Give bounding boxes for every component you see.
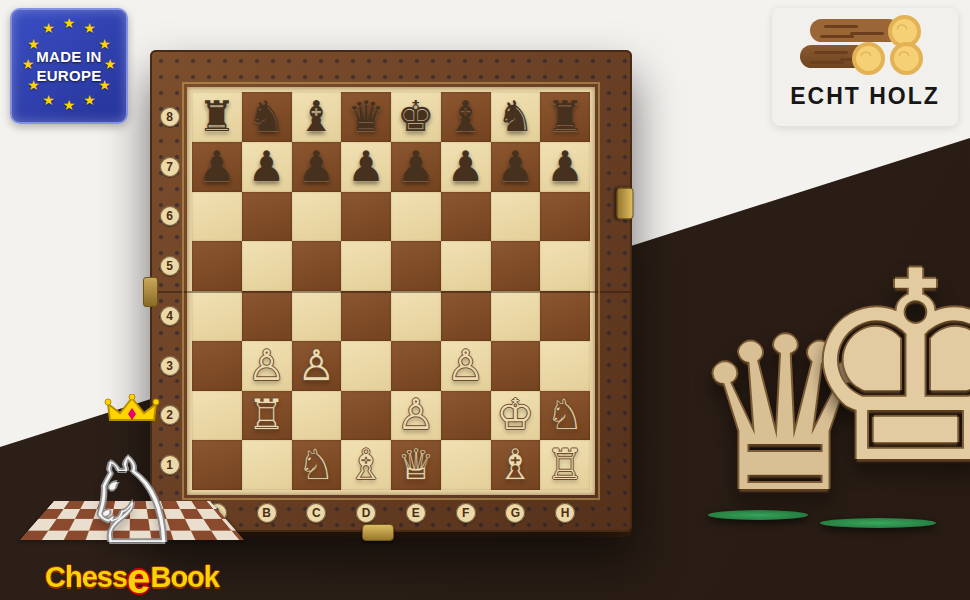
product-photo-canvas: ♜♞♝♛♚♝♞♜♟♟♟♟♟♟♟♟♙♙♙♖♙♔♘♘♗♕♗♖ 87654321 AB… [0, 0, 970, 600]
square-d6[interactable] [341, 192, 391, 242]
square-h1[interactable]: ♖ [540, 440, 590, 490]
made-in-europe-badge: MADE IN EUROPE ★★★★★★★★★★★★ [10, 8, 128, 124]
square-e2[interactable]: ♙ [391, 391, 441, 441]
log-shape [810, 19, 900, 42]
eu-star-icon: ★ [63, 16, 76, 30]
square-h7[interactable]: ♟ [540, 142, 590, 192]
file-label-g-disc: G [505, 503, 525, 523]
square-a8[interactable]: ♜ [192, 92, 242, 142]
eu-star-icon: ★ [27, 37, 40, 51]
rank-label-4: 4 [158, 291, 181, 341]
rank-label-4-disc: 4 [160, 306, 180, 326]
eu-star-icon: ★ [63, 98, 76, 112]
eu-star-icon: ★ [42, 21, 55, 35]
square-b4[interactable] [242, 291, 292, 341]
square-d4[interactable] [341, 291, 391, 341]
square-c6[interactable] [292, 192, 342, 242]
file-label-h: H [540, 501, 590, 524]
square-a6[interactable] [192, 192, 242, 242]
rank-label-3: 3 [158, 341, 181, 391]
square-f2[interactable] [441, 391, 491, 441]
square-d1[interactable]: ♗ [341, 440, 391, 490]
white-rook[interactable]: ♖ [248, 394, 286, 436]
black-pawn[interactable]: ♟ [198, 146, 236, 188]
square-g6[interactable] [491, 192, 541, 242]
rank-label-5-disc: 5 [160, 256, 180, 276]
file-label-f-disc: F [456, 503, 476, 523]
black-rook[interactable]: ♜ [546, 96, 584, 138]
board-fold-seam [152, 291, 630, 293]
eu-star-icon: ★ [22, 57, 35, 71]
square-a4[interactable] [192, 291, 242, 341]
square-f3[interactable]: ♙ [441, 341, 491, 391]
square-b5[interactable] [242, 241, 292, 291]
square-e1[interactable]: ♕ [391, 440, 441, 490]
square-f8[interactable]: ♝ [441, 92, 491, 142]
eu-star-icon: ★ [27, 78, 40, 92]
file-label-e: E [391, 501, 441, 524]
rank-label-7: 7 [158, 142, 181, 192]
chessebook-wordmark: ChesseBook [12, 558, 252, 600]
square-h2[interactable]: ♘ [540, 391, 590, 441]
white-queen[interactable]: ♕ [397, 444, 435, 486]
square-e4[interactable] [391, 291, 441, 341]
black-pawn[interactable]: ♟ [546, 146, 584, 188]
file-label-h-disc: H [555, 503, 575, 523]
wood-logs-icon [800, 16, 930, 76]
brand-part: Book [150, 561, 219, 593]
square-h8[interactable]: ♜ [540, 92, 590, 142]
square-e7[interactable]: ♟ [391, 142, 441, 192]
square-f6[interactable] [441, 192, 491, 242]
white-pawn[interactable]: ♙ [397, 394, 435, 436]
europe-line: EUROPE [36, 66, 101, 86]
square-f7[interactable]: ♟ [441, 142, 491, 192]
square-g3[interactable] [491, 341, 541, 391]
square-e3[interactable] [391, 341, 441, 391]
crown-icon [104, 394, 160, 424]
square-c4[interactable] [292, 291, 342, 341]
square-d8[interactable]: ♛ [341, 92, 391, 142]
square-a5[interactable] [192, 241, 242, 291]
square-c5[interactable] [292, 241, 342, 291]
square-h5[interactable] [540, 241, 590, 291]
file-label-b-disc: B [257, 503, 277, 523]
black-pawn[interactable]: ♟ [447, 146, 485, 188]
square-f5[interactable] [441, 241, 491, 291]
white-bishop[interactable]: ♗ [347, 444, 385, 486]
white-bishop[interactable]: ♗ [497, 444, 535, 486]
log-end-shape [890, 42, 923, 75]
square-e6[interactable] [391, 192, 441, 242]
black-pawn[interactable]: ♟ [497, 146, 535, 188]
black-rook[interactable]: ♜ [198, 96, 236, 138]
white-pawn[interactable]: ♙ [248, 345, 286, 387]
rank-label-7-disc: 7 [160, 157, 180, 177]
white-king[interactable]: ♔ [497, 394, 535, 436]
black-king[interactable]: ♚ [397, 96, 435, 138]
eu-star-icon: ★ [83, 93, 96, 107]
square-g7[interactable]: ♟ [491, 142, 541, 192]
square-b8[interactable]: ♞ [242, 92, 292, 142]
gold-latch-icon [362, 524, 394, 541]
white-knight[interactable]: ♘ [298, 444, 336, 486]
chessebook-logo: ♘ ChesseBook [12, 394, 252, 596]
square-g2[interactable]: ♔ [491, 391, 541, 441]
square-a7[interactable]: ♟ [192, 142, 242, 192]
square-h6[interactable] [540, 192, 590, 242]
brand-part: e [127, 555, 150, 600]
square-h4[interactable] [540, 291, 590, 341]
square-h3[interactable] [540, 341, 590, 391]
rank-label-5: 5 [158, 241, 181, 291]
file-label-e-disc: E [406, 503, 426, 523]
eu-star-icon: ★ [98, 37, 111, 51]
square-e8[interactable]: ♚ [391, 92, 441, 142]
square-d2[interactable] [341, 391, 391, 441]
square-g8[interactable]: ♞ [491, 92, 541, 142]
file-label-c-disc: C [306, 503, 326, 523]
square-f1[interactable] [441, 440, 491, 490]
white-rook[interactable]: ♖ [546, 444, 584, 486]
brass-hinge-icon [143, 277, 158, 307]
eu-star-icon: ★ [42, 93, 55, 107]
white-knight[interactable]: ♘ [546, 394, 584, 436]
file-label-f: F [441, 501, 491, 524]
showcase-king: ♚ [798, 238, 970, 500]
square-b7[interactable]: ♟ [242, 142, 292, 192]
eu-star-icon: ★ [104, 57, 117, 71]
eu-star-icon: ★ [98, 78, 111, 92]
rank-label-6-disc: 6 [160, 206, 180, 226]
log-end-shape [852, 42, 885, 75]
square-c3[interactable]: ♙ [292, 341, 342, 391]
rank-label-8: 8 [158, 92, 181, 142]
square-d7[interactable]: ♟ [341, 142, 391, 192]
square-c1[interactable]: ♘ [292, 440, 342, 490]
black-pawn[interactable]: ♟ [347, 146, 385, 188]
made-in-line: MADE IN [36, 47, 101, 67]
file-label-g: G [491, 501, 541, 524]
black-pawn[interactable]: ♟ [397, 146, 435, 188]
rank-label-8-disc: 8 [160, 107, 180, 127]
white-pawn[interactable]: ♙ [298, 345, 336, 387]
showcase-pieces: ♛ ♚ [690, 220, 970, 600]
black-pawn[interactable]: ♟ [298, 146, 336, 188]
square-b3[interactable]: ♙ [242, 341, 292, 391]
file-label-d-disc: D [356, 503, 376, 523]
file-label-d: D [341, 501, 391, 524]
square-d5[interactable] [341, 241, 391, 291]
square-d3[interactable] [341, 341, 391, 391]
square-g1[interactable]: ♗ [491, 440, 541, 490]
echt-holz-label: ECHT HOLZ [790, 83, 940, 110]
eu-star-icon: ★ [83, 21, 96, 35]
black-knight[interactable]: ♞ [248, 96, 286, 138]
square-g5[interactable] [491, 241, 541, 291]
black-bishop[interactable]: ♝ [447, 96, 485, 138]
echt-holz-badge: ECHT HOLZ [772, 8, 958, 126]
square-a3[interactable] [192, 341, 242, 391]
square-g4[interactable] [491, 291, 541, 341]
gold-latch-icon [617, 187, 634, 219]
brand-part: Chess [45, 561, 127, 593]
black-queen[interactable]: ♛ [347, 96, 385, 138]
square-b6[interactable] [242, 192, 292, 242]
black-pawn[interactable]: ♟ [248, 146, 286, 188]
white-pawn[interactable]: ♙ [447, 345, 485, 387]
black-bishop[interactable]: ♝ [298, 96, 336, 138]
square-e5[interactable] [391, 241, 441, 291]
square-c7[interactable]: ♟ [292, 142, 342, 192]
white-knight-logo-icon: ♘ [79, 442, 185, 560]
square-c8[interactable]: ♝ [292, 92, 342, 142]
square-f4[interactable] [441, 291, 491, 341]
square-c2[interactable] [292, 391, 342, 441]
file-label-c: C [292, 501, 342, 524]
black-knight[interactable]: ♞ [497, 96, 535, 138]
rank-label-3-disc: 3 [160, 356, 180, 376]
rank-label-6: 6 [158, 192, 181, 242]
